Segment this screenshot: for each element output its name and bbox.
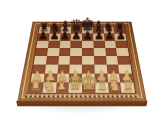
square-e7: ♟ [82, 33, 93, 40]
square-h7: ♟ [115, 33, 127, 40]
piece-black-pawn-f7: ♟ [94, 29, 104, 40]
square-e1: ♚ [82, 83, 95, 93]
square-d7: ♟ [71, 33, 82, 40]
piece-white-rook-a1: ♜ [29, 79, 42, 93]
piece-black-pawn-a7: ♟ [38, 29, 48, 40]
board-side-edge [16, 101, 148, 107]
square-h1: ♜ [121, 83, 135, 93]
piece-black-pawn-e7: ♟ [82, 29, 92, 40]
piece-black-pawn-h7: ♟ [116, 29, 126, 40]
piece-white-knight-b1: ♞ [42, 78, 56, 93]
square-c7: ♟ [60, 33, 71, 40]
chess-board: ♜♞♝♛♚♝♞♜♟♟♟♟♟♟♟♟♟♟♟♟♟♟♟♟♜♞♝♛♚♝♞♜ [17, 22, 146, 101]
square-f7: ♟ [93, 33, 104, 40]
square-g7: ♟ [104, 33, 116, 40]
piece-white-king-e1: ♚ [79, 72, 98, 93]
board-frame: ♜♞♝♛♚♝♞♜♟♟♟♟♟♟♟♟♟♟♟♟♟♟♟♟♜♞♝♛♚♝♞♜ [17, 22, 146, 101]
square-b1: ♞ [42, 83, 56, 93]
square-a1: ♜ [29, 83, 43, 93]
board-grid: ♜♞♝♛♚♝♞♜♟♟♟♟♟♟♟♟♟♟♟♟♟♟♟♟♜♞♝♛♚♝♞♜ [29, 27, 135, 93]
piece-black-pawn-c7: ♟ [60, 29, 70, 40]
piece-black-pawn-g7: ♟ [105, 29, 115, 40]
piece-white-rook-h1: ♜ [122, 79, 135, 93]
square-g1: ♞ [108, 83, 122, 93]
piece-black-pawn-b7: ♟ [49, 29, 59, 40]
square-b7: ♟ [49, 33, 61, 40]
piece-white-knight-g1: ♞ [108, 78, 122, 93]
chess-photo-canvas: ♜♞♝♛♚♝♞♜♟♟♟♟♟♟♟♟♟♟♟♟♟♟♟♟♜♞♝♛♚♝♞♜ [0, 0, 160, 123]
piece-black-pawn-d7: ♟ [71, 29, 81, 40]
square-a7: ♟ [38, 33, 50, 40]
